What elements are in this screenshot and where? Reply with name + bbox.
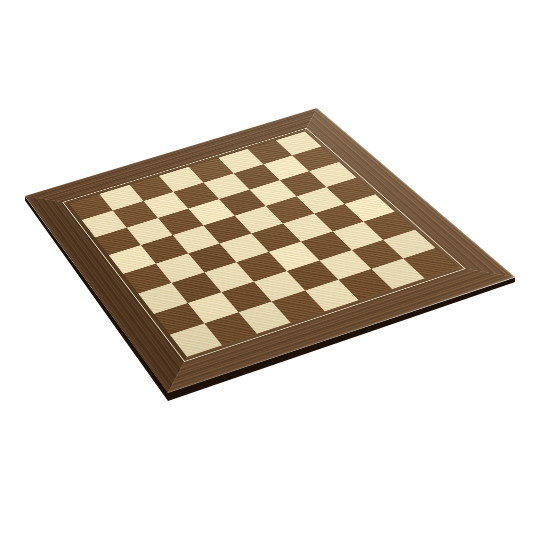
product-photo-scene	[0, 0, 540, 540]
